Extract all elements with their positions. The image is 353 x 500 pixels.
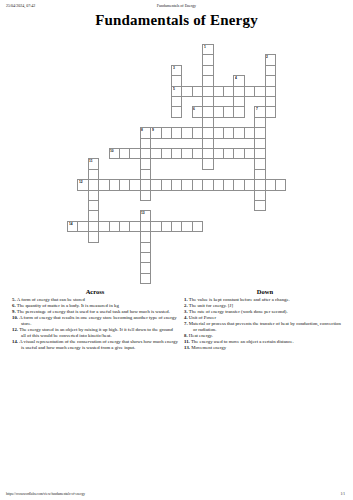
- cell-number: 2: [266, 55, 268, 58]
- grid-cell: [233, 106, 244, 117]
- page-number: 1/1: [341, 492, 345, 496]
- grid-cell: [275, 179, 286, 190]
- cell-number: 9: [152, 128, 154, 131]
- grid-cell: [88, 231, 99, 242]
- cell-number: 3: [173, 66, 175, 69]
- crossword-grid: 1234567891011121314: [67, 44, 286, 284]
- grid-cell: [140, 190, 151, 201]
- cell-number: 4: [235, 76, 237, 79]
- across-clue-list: 5. A form of energy that can be stored6.…: [12, 297, 178, 351]
- cell-number: 6: [193, 107, 195, 110]
- cell-number: 8: [141, 128, 143, 131]
- print-page-header: Fundamentals of Energy: [0, 3, 353, 8]
- cell-number: 12: [79, 180, 83, 183]
- grid-cell: [192, 221, 203, 232]
- across-header: Across: [12, 288, 178, 295]
- grid-cell: [254, 200, 265, 211]
- across-clue-12: 12. The energy stored in an object by ra…: [12, 327, 178, 339]
- down-clues-section: Down 1. The value is kept constant befor…: [184, 288, 346, 351]
- cell-number: 5: [173, 87, 175, 90]
- down-clue-list: 1. The value is kept constant before and…: [184, 297, 346, 351]
- cell-number: 10: [110, 149, 114, 152]
- across-clues-section: Across 5. A form of energy that can be s…: [12, 288, 178, 351]
- cell-number: 7: [256, 107, 258, 110]
- grid-cell: [140, 273, 151, 284]
- grid-cell: [265, 106, 276, 117]
- down-clue-7: 7. Material or process that prevents the…: [184, 321, 346, 333]
- puzzle-title: Fundamentals of Energy: [0, 12, 353, 29]
- grid-cell: [202, 158, 213, 169]
- across-clue-14: 14. A visual representation of the conse…: [12, 339, 178, 351]
- cell-number: 13: [141, 211, 145, 214]
- across-clue-10: 10. A form of energy that results in one…: [12, 315, 178, 327]
- cell-number: 1: [204, 45, 206, 48]
- down-header: Down: [184, 288, 346, 295]
- grid-cell: [171, 106, 182, 117]
- down-clue-13: 13. Movement energy: [184, 345, 346, 351]
- cell-number: 14: [69, 222, 73, 225]
- cell-number: 11: [89, 159, 92, 162]
- printed-crossword-page: 25/04/2024, 07:42 Fundamentals of Energy…: [0, 0, 353, 500]
- source-url: https://crosswordlabs.com/view/fundament…: [6, 492, 85, 496]
